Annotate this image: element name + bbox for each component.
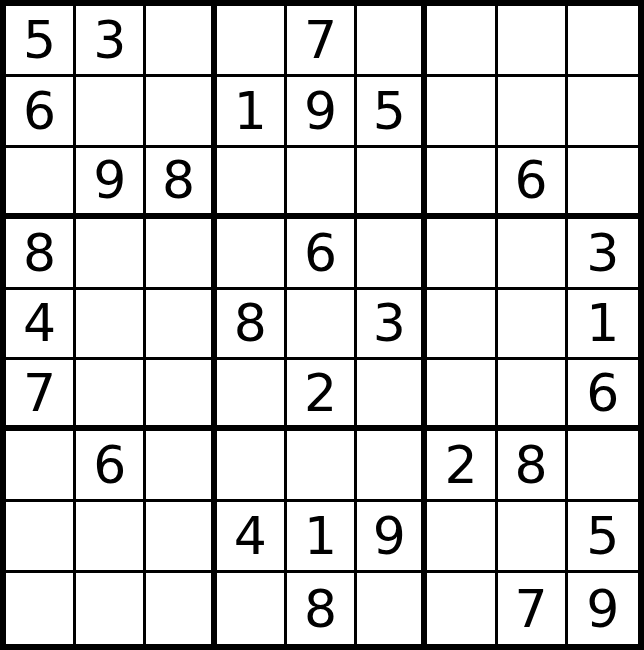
sudoku-cell-r2c3[interactable] bbox=[146, 77, 216, 148]
sudoku-cell-r7c7[interactable]: 2 bbox=[427, 431, 497, 502]
sudoku-cell-r1c7[interactable] bbox=[427, 6, 497, 77]
sudoku-cell-r4c6[interactable] bbox=[357, 219, 427, 290]
sudoku-cell-r6c7[interactable] bbox=[427, 360, 497, 431]
sudoku-cell-r5c2[interactable] bbox=[76, 290, 146, 361]
sudoku-cell-r9c6[interactable] bbox=[357, 573, 427, 644]
sudoku-cell-r9c2[interactable] bbox=[76, 573, 146, 644]
sudoku-cell-r4c7[interactable] bbox=[427, 219, 497, 290]
sudoku-cell-r7c2[interactable]: 6 bbox=[76, 431, 146, 502]
sudoku-cell-r9c9[interactable]: 9 bbox=[568, 573, 638, 644]
sudoku-cell-r7c3[interactable] bbox=[146, 431, 216, 502]
sudoku-cell-r3c6[interactable] bbox=[357, 148, 427, 219]
sudoku-cell-r9c8[interactable]: 7 bbox=[498, 573, 568, 644]
sudoku-cell-r5c4[interactable]: 8 bbox=[217, 290, 287, 361]
sudoku-cell-r1c1[interactable]: 5 bbox=[6, 6, 76, 77]
sudoku-cell-r6c2[interactable] bbox=[76, 360, 146, 431]
sudoku-cell-r1c3[interactable] bbox=[146, 6, 216, 77]
sudoku-cell-r4c8[interactable] bbox=[498, 219, 568, 290]
sudoku-cell-r4c3[interactable] bbox=[146, 219, 216, 290]
sudoku-cell-r2c9[interactable] bbox=[568, 77, 638, 148]
sudoku-cell-r1c4[interactable] bbox=[217, 6, 287, 77]
sudoku-cell-r8c4[interactable]: 4 bbox=[217, 502, 287, 573]
sudoku-cell-r5c1[interactable]: 4 bbox=[6, 290, 76, 361]
sudoku-cell-r8c5[interactable]: 1 bbox=[287, 502, 357, 573]
sudoku-cell-r8c2[interactable] bbox=[76, 502, 146, 573]
sudoku-cell-r6c1[interactable]: 7 bbox=[6, 360, 76, 431]
sudoku-cell-r3c4[interactable] bbox=[217, 148, 287, 219]
sudoku-cell-r7c8[interactable]: 8 bbox=[498, 431, 568, 502]
sudoku-cell-r1c9[interactable] bbox=[568, 6, 638, 77]
sudoku-cell-r9c7[interactable] bbox=[427, 573, 497, 644]
sudoku-cell-r4c2[interactable] bbox=[76, 219, 146, 290]
sudoku-cell-r9c1[interactable] bbox=[6, 573, 76, 644]
sudoku-cell-r2c8[interactable] bbox=[498, 77, 568, 148]
sudoku-cell-r5c9[interactable]: 1 bbox=[568, 290, 638, 361]
sudoku-cell-r5c8[interactable] bbox=[498, 290, 568, 361]
sudoku-cell-r6c9[interactable]: 6 bbox=[568, 360, 638, 431]
sudoku-cell-r7c1[interactable] bbox=[6, 431, 76, 502]
sudoku-cell-r8c6[interactable]: 9 bbox=[357, 502, 427, 573]
sudoku-cell-r1c8[interactable] bbox=[498, 6, 568, 77]
sudoku-cell-r6c3[interactable] bbox=[146, 360, 216, 431]
sudoku-cell-r4c5[interactable]: 6 bbox=[287, 219, 357, 290]
sudoku-cell-r8c8[interactable] bbox=[498, 502, 568, 573]
sudoku-board: 537619598686348317266284195879 bbox=[0, 0, 644, 650]
sudoku-cell-r2c5[interactable]: 9 bbox=[287, 77, 357, 148]
sudoku-cell-r5c3[interactable] bbox=[146, 290, 216, 361]
sudoku-cell-r9c4[interactable] bbox=[217, 573, 287, 644]
sudoku-cell-r2c7[interactable] bbox=[427, 77, 497, 148]
sudoku-cell-r2c1[interactable]: 6 bbox=[6, 77, 76, 148]
sudoku-cell-r3c8[interactable]: 6 bbox=[498, 148, 568, 219]
sudoku-cell-r4c1[interactable]: 8 bbox=[6, 219, 76, 290]
sudoku-cell-r7c6[interactable] bbox=[357, 431, 427, 502]
sudoku-cell-r3c2[interactable]: 9 bbox=[76, 148, 146, 219]
sudoku-cell-r7c4[interactable] bbox=[217, 431, 287, 502]
sudoku-cell-r8c1[interactable] bbox=[6, 502, 76, 573]
sudoku-cell-r4c4[interactable] bbox=[217, 219, 287, 290]
sudoku-cell-r6c8[interactable] bbox=[498, 360, 568, 431]
sudoku-cell-r7c9[interactable] bbox=[568, 431, 638, 502]
sudoku-cell-r6c5[interactable]: 2 bbox=[287, 360, 357, 431]
sudoku-cell-r6c4[interactable] bbox=[217, 360, 287, 431]
sudoku-cell-r1c2[interactable]: 3 bbox=[76, 6, 146, 77]
sudoku-cell-r1c6[interactable] bbox=[357, 6, 427, 77]
sudoku-cell-r3c7[interactable] bbox=[427, 148, 497, 219]
sudoku-cell-r3c3[interactable]: 8 bbox=[146, 148, 216, 219]
sudoku-cell-r7c5[interactable] bbox=[287, 431, 357, 502]
sudoku-cell-r2c2[interactable] bbox=[76, 77, 146, 148]
sudoku-cell-r9c5[interactable]: 8 bbox=[287, 573, 357, 644]
sudoku-cell-r1c5[interactable]: 7 bbox=[287, 6, 357, 77]
sudoku-cell-r6c6[interactable] bbox=[357, 360, 427, 431]
sudoku-cell-r8c7[interactable] bbox=[427, 502, 497, 573]
sudoku-cell-r8c3[interactable] bbox=[146, 502, 216, 573]
sudoku-cell-r5c7[interactable] bbox=[427, 290, 497, 361]
sudoku-cell-r2c4[interactable]: 1 bbox=[217, 77, 287, 148]
sudoku-cell-r5c6[interactable]: 3 bbox=[357, 290, 427, 361]
sudoku-cell-r5c5[interactable] bbox=[287, 290, 357, 361]
sudoku-cell-r8c9[interactable]: 5 bbox=[568, 502, 638, 573]
sudoku-cell-r3c5[interactable] bbox=[287, 148, 357, 219]
sudoku-cell-r9c3[interactable] bbox=[146, 573, 216, 644]
sudoku-cell-r2c6[interactable]: 5 bbox=[357, 77, 427, 148]
sudoku-cell-r3c1[interactable] bbox=[6, 148, 76, 219]
sudoku-cell-r3c9[interactable] bbox=[568, 148, 638, 219]
sudoku-cell-r4c9[interactable]: 3 bbox=[568, 219, 638, 290]
